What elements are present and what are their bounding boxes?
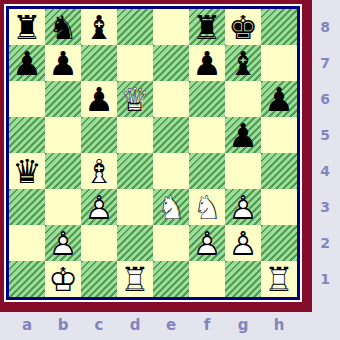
square-g4[interactable] <box>225 153 261 189</box>
square-a3[interactable] <box>9 189 45 225</box>
square-e5[interactable] <box>153 117 189 153</box>
square-d4[interactable] <box>117 153 153 189</box>
square-d2[interactable] <box>117 225 153 261</box>
file-label-b: b <box>45 313 81 337</box>
square-a1[interactable] <box>9 261 45 297</box>
square-d6[interactable]: ♛♕ <box>117 81 153 117</box>
file-label-d: d <box>117 313 153 337</box>
square-g2[interactable]: ♟♙ <box>225 225 261 261</box>
white-knight-fill: ♞ <box>153 189 189 225</box>
square-a8[interactable]: ♜ <box>9 9 45 45</box>
white-bishop-c4: ♗ <box>81 153 117 189</box>
white-queen-fill: ♛ <box>117 81 153 117</box>
white-rook-fill: ♜ <box>117 261 153 297</box>
square-c8[interactable]: ♝ <box>81 9 117 45</box>
square-a6[interactable] <box>9 81 45 117</box>
black-pawn-g5: ♟ <box>225 117 261 153</box>
white-rook-d1: ♖ <box>117 261 153 297</box>
white-pawn-fill: ♟ <box>45 225 81 261</box>
white-king-b1: ♔ <box>45 261 81 297</box>
square-b3[interactable] <box>45 189 81 225</box>
square-b2[interactable]: ♟♙ <box>45 225 81 261</box>
black-pawn-h6: ♟ <box>261 81 297 117</box>
square-d8[interactable] <box>117 9 153 45</box>
square-c6[interactable]: ♟ <box>81 81 117 117</box>
square-f4[interactable] <box>189 153 225 189</box>
white-pawn-fill: ♟ <box>81 189 117 225</box>
square-e8[interactable] <box>153 9 189 45</box>
square-d7[interactable] <box>117 45 153 81</box>
chess-diagram: ♜♞♝♜♚♟♟♟♝♟♛♕♟♟♛♝♗♟♙♞♘♞♘♟♙♟♙♟♙♟♙♚♔♜♖♜♖ a … <box>0 0 340 340</box>
white-queen-d6: ♕ <box>117 81 153 117</box>
black-pawn-b7: ♟ <box>45 45 81 81</box>
square-f5[interactable] <box>189 117 225 153</box>
square-f7[interactable]: ♟ <box>189 45 225 81</box>
square-d1[interactable]: ♜♖ <box>117 261 153 297</box>
black-pawn-c6: ♟ <box>81 81 117 117</box>
square-b6[interactable] <box>45 81 81 117</box>
white-pawn-fill: ♟ <box>225 225 261 261</box>
black-rook-a8: ♜ <box>9 9 45 45</box>
white-pawn-fill: ♟ <box>189 225 225 261</box>
chess-board: ♜♞♝♜♚♟♟♟♝♟♛♕♟♟♛♝♗♟♙♞♘♞♘♟♙♟♙♟♙♟♙♚♔♜♖♜♖ <box>9 9 297 297</box>
rank-label-7: 7 <box>312 45 338 81</box>
square-e6[interactable] <box>153 81 189 117</box>
square-g1[interactable] <box>225 261 261 297</box>
square-c2[interactable] <box>81 225 117 261</box>
square-d5[interactable] <box>117 117 153 153</box>
square-b8[interactable]: ♞ <box>45 9 81 45</box>
square-c5[interactable] <box>81 117 117 153</box>
square-b7[interactable]: ♟ <box>45 45 81 81</box>
square-f3[interactable]: ♞♘ <box>189 189 225 225</box>
square-g6[interactable] <box>225 81 261 117</box>
black-queen-a4: ♛ <box>9 153 45 189</box>
rank-label-4: 4 <box>312 153 338 189</box>
square-b1[interactable]: ♚♔ <box>45 261 81 297</box>
square-f2[interactable]: ♟♙ <box>189 225 225 261</box>
rank-label-3: 3 <box>312 189 338 225</box>
square-a2[interactable] <box>9 225 45 261</box>
square-b4[interactable] <box>45 153 81 189</box>
white-pawn-fill: ♟ <box>225 189 261 225</box>
white-pawn-f2: ♙ <box>189 225 225 261</box>
square-h3[interactable] <box>261 189 297 225</box>
white-pawn-g2: ♙ <box>225 225 261 261</box>
square-e2[interactable] <box>153 225 189 261</box>
black-pawn-a7: ♟ <box>9 45 45 81</box>
black-pawn-f7: ♟ <box>189 45 225 81</box>
square-a5[interactable] <box>9 117 45 153</box>
rank-labels: 8 7 6 5 4 3 2 1 <box>312 9 338 297</box>
square-e7[interactable] <box>153 45 189 81</box>
square-e1[interactable] <box>153 261 189 297</box>
square-h2[interactable] <box>261 225 297 261</box>
frame-white-line: ♜♞♝♜♚♟♟♟♝♟♛♕♟♟♛♝♗♟♙♞♘♞♘♟♙♟♙♟♙♟♙♚♔♜♖♜♖ <box>4 4 302 302</box>
square-c1[interactable] <box>81 261 117 297</box>
black-knight-b8: ♞ <box>45 9 81 45</box>
white-rook-fill: ♜ <box>261 261 297 297</box>
square-h5[interactable] <box>261 117 297 153</box>
rank-label-5: 5 <box>312 117 338 153</box>
square-e4[interactable] <box>153 153 189 189</box>
square-f6[interactable] <box>189 81 225 117</box>
white-knight-e3: ♘ <box>153 189 189 225</box>
white-knight-f3: ♘ <box>189 189 225 225</box>
rank-label-6: 6 <box>312 81 338 117</box>
square-h7[interactable] <box>261 45 297 81</box>
black-king-g8: ♚ <box>225 9 261 45</box>
white-rook-h1: ♖ <box>261 261 297 297</box>
square-f1[interactable] <box>189 261 225 297</box>
white-bishop-fill: ♝ <box>81 153 117 189</box>
file-label-c: c <box>81 313 117 337</box>
rank-label-8: 8 <box>312 9 338 45</box>
white-pawn-c3: ♙ <box>81 189 117 225</box>
rank-label-1: 1 <box>312 261 338 297</box>
white-knight-fill: ♞ <box>189 189 225 225</box>
square-h8[interactable] <box>261 9 297 45</box>
white-pawn-b2: ♙ <box>45 225 81 261</box>
square-f8[interactable]: ♜ <box>189 9 225 45</box>
square-g8[interactable]: ♚ <box>225 9 261 45</box>
square-b5[interactable] <box>45 117 81 153</box>
file-label-e: e <box>153 313 189 337</box>
square-c4[interactable]: ♝♗ <box>81 153 117 189</box>
square-c3[interactable]: ♟♙ <box>81 189 117 225</box>
file-label-h: h <box>261 313 297 337</box>
square-d3[interactable] <box>117 189 153 225</box>
square-g7[interactable]: ♝ <box>225 45 261 81</box>
square-h6[interactable]: ♟ <box>261 81 297 117</box>
black-bishop-g7: ♝ <box>225 45 261 81</box>
square-g3[interactable]: ♟♙ <box>225 189 261 225</box>
file-label-f: f <box>189 313 225 337</box>
black-bishop-c8: ♝ <box>81 9 117 45</box>
white-pawn-g3: ♙ <box>225 189 261 225</box>
file-label-a: a <box>9 313 45 337</box>
black-rook-f8: ♜ <box>189 9 225 45</box>
white-king-fill: ♚ <box>45 261 81 297</box>
square-e3[interactable]: ♞♘ <box>153 189 189 225</box>
frame-navy-line: ♜♞♝♜♚♟♟♟♝♟♛♕♟♟♛♝♗♟♙♞♘♞♘♟♙♟♙♟♙♟♙♚♔♜♖♜♖ <box>6 6 300 300</box>
rank-label-2: 2 <box>312 225 338 261</box>
square-g5[interactable]: ♟ <box>225 117 261 153</box>
square-h4[interactable] <box>261 153 297 189</box>
square-c7[interactable] <box>81 45 117 81</box>
board-frame: ♜♞♝♜♚♟♟♟♝♟♛♕♟♟♛♝♗♟♙♞♘♞♘♟♙♟♙♟♙♟♙♚♔♜♖♜♖ <box>0 0 312 312</box>
square-h1[interactable]: ♜♖ <box>261 261 297 297</box>
square-a7[interactable]: ♟ <box>9 45 45 81</box>
file-labels: a b c d e f g h <box>9 313 297 337</box>
square-a4[interactable]: ♛ <box>9 153 45 189</box>
file-label-g: g <box>225 313 261 337</box>
